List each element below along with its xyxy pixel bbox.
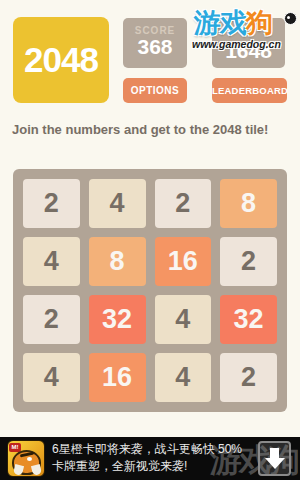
tile-2: 2 bbox=[23, 295, 80, 344]
tile-16: 16 bbox=[89, 353, 146, 402]
dog-head-icon bbox=[284, 12, 297, 25]
tile-4: 4 bbox=[155, 353, 212, 402]
download-button[interactable] bbox=[258, 441, 291, 476]
tile-8: 8 bbox=[220, 179, 277, 228]
ad-text: 6星橙卡即将来袭，战斗更畅快 50% 卡牌重塑，全新视觉来袭! bbox=[52, 441, 242, 475]
download-arrow-icon bbox=[270, 448, 279, 458]
logo-char: 戏 bbox=[220, 8, 246, 38]
ad-line1: 6星橙卡即将来袭，战斗更畅快 50% bbox=[52, 441, 242, 458]
ad-app-icon[interactable]: M! bbox=[7, 440, 45, 477]
score-box: SCORE 368 bbox=[123, 18, 187, 68]
tile-2: 2 bbox=[220, 353, 277, 402]
tile-32: 32 bbox=[89, 295, 146, 344]
tile-8: 8 bbox=[89, 237, 146, 286]
leaderboard-button[interactable]: LEADERBOARD bbox=[212, 78, 287, 103]
tagline: Join the numbers and get to the 2048 til… bbox=[12, 122, 296, 137]
logo-tile-2048: 2048 bbox=[13, 17, 109, 103]
screen: 2048 SCORE 368 1648 OPTIONS LEADERBOARD … bbox=[0, 0, 300, 480]
ad-banner[interactable]: 游戏狗 M! 6星橙卡即将来袭，战斗更畅快 50% 卡牌重塑，全新视觉来袭! bbox=[0, 437, 300, 480]
options-button[interactable]: OPTIONS bbox=[123, 78, 187, 103]
ad-line2: 卡牌重塑，全新视觉来袭! bbox=[52, 458, 242, 475]
gamedog-watermark: 游戏狗 www.gamedog.cn bbox=[192, 5, 298, 57]
board[interactable]: 24284816223243241642 bbox=[13, 169, 287, 412]
gamedog-logo: 游戏狗 bbox=[194, 5, 272, 41]
tile-4: 4 bbox=[23, 353, 80, 402]
tile-2: 2 bbox=[23, 179, 80, 228]
tile-4: 4 bbox=[89, 179, 146, 228]
logo-char: 狗 bbox=[246, 8, 272, 38]
score-value: 368 bbox=[123, 36, 187, 58]
tile-4: 4 bbox=[23, 237, 80, 286]
score-label: SCORE bbox=[123, 18, 187, 36]
logo-char: 游 bbox=[194, 8, 220, 38]
tile-16: 16 bbox=[155, 237, 212, 286]
tile-2: 2 bbox=[155, 179, 212, 228]
tile-32: 32 bbox=[220, 295, 277, 344]
gamedog-url: www.gamedog.cn bbox=[192, 38, 281, 50]
tile-4: 4 bbox=[155, 295, 212, 344]
tile-2: 2 bbox=[220, 237, 277, 286]
